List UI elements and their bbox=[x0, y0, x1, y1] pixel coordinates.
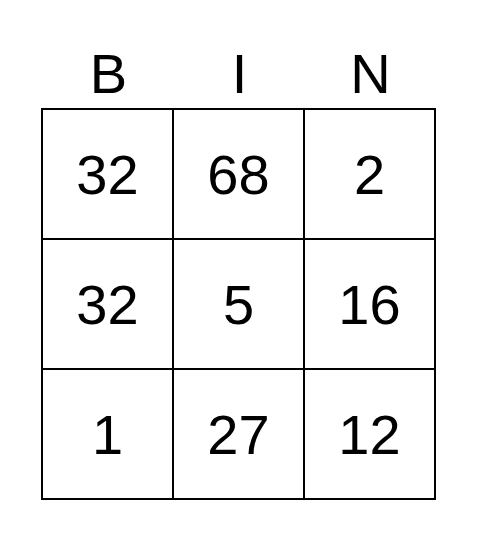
bingo-grid: 32 68 2 32 5 16 1 27 12 bbox=[41, 108, 436, 500]
bingo-header-row: B I N bbox=[43, 46, 436, 102]
cell-r2c2[interactable]: 5 bbox=[174, 240, 305, 370]
cell-r3c3[interactable]: 12 bbox=[305, 370, 436, 500]
cell-r3c1[interactable]: 1 bbox=[43, 370, 174, 500]
cell-r1c2[interactable]: 68 bbox=[174, 110, 305, 240]
column-header-i: I bbox=[174, 46, 305, 102]
column-header-b: B bbox=[43, 46, 174, 102]
cell-r2c1[interactable]: 32 bbox=[43, 240, 174, 370]
column-header-n: N bbox=[305, 46, 436, 102]
bingo-card: B I N 32 68 2 32 5 16 1 27 12 bbox=[41, 46, 436, 500]
cell-r1c3[interactable]: 2 bbox=[305, 110, 436, 240]
cell-r1c1[interactable]: 32 bbox=[43, 110, 174, 240]
cell-r3c2[interactable]: 27 bbox=[174, 370, 305, 500]
cell-r2c3[interactable]: 16 bbox=[305, 240, 436, 370]
